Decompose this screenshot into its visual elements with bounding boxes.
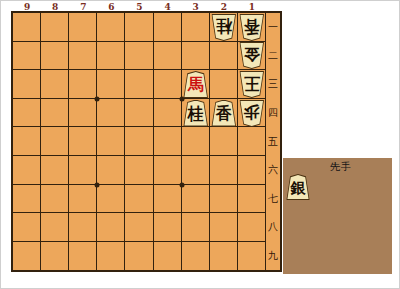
piece-gote-香-1一[interactable]: 香 [239, 14, 265, 41]
piece-kanji: 桂 [211, 14, 237, 41]
piece-kanji: 王 [239, 71, 265, 98]
shogi-diagram: 987654321 桂香金王歩馬桂香 一二三四五六七八九 先手 銀 [0, 0, 400, 289]
piece-sente-桂-3四[interactable]: 桂 [183, 100, 209, 127]
piece-sente-香-2四[interactable]: 香 [211, 100, 237, 127]
rank-label-2: 二 [266, 42, 280, 71]
piece-sente-馬-3三[interactable]: 馬 [183, 71, 209, 98]
shogi-board: 桂香金王歩馬桂香 一二三四五六七八九 [11, 11, 282, 272]
sente-piece-stand: 先手 銀 [283, 158, 392, 274]
rank-label-1: 一 [266, 13, 280, 42]
rank-label-9: 九 [266, 242, 280, 271]
piece-kanji: 金 [239, 42, 265, 69]
hand-pieces-layer: 銀 [283, 158, 392, 274]
rank-coordinate-labels: 一二三四五六七八九 [266, 13, 280, 270]
piece-kanji: 香 [211, 100, 237, 127]
piece-gote-桂-2一[interactable]: 桂 [211, 14, 237, 41]
piece-kanji: 桂 [183, 100, 209, 127]
rank-label-6: 六 [266, 156, 280, 185]
board-pieces-layer: 桂香金王歩馬桂香 [13, 13, 266, 270]
rank-label-7: 七 [266, 185, 280, 214]
piece-sente-銀-inhand[interactable]: 銀 [286, 174, 310, 200]
piece-gote-王-1三[interactable]: 王 [239, 71, 265, 98]
piece-kanji: 銀 [286, 174, 310, 200]
rank-label-8: 八 [266, 213, 280, 242]
piece-gote-金-1二[interactable]: 金 [239, 42, 265, 69]
piece-kanji: 歩 [239, 100, 265, 127]
rank-label-4: 四 [266, 99, 280, 128]
piece-kanji: 香 [239, 14, 265, 41]
rank-label-3: 三 [266, 70, 280, 99]
rank-label-5: 五 [266, 127, 280, 156]
piece-kanji: 馬 [183, 71, 209, 98]
piece-gote-歩-1四[interactable]: 歩 [239, 100, 265, 127]
